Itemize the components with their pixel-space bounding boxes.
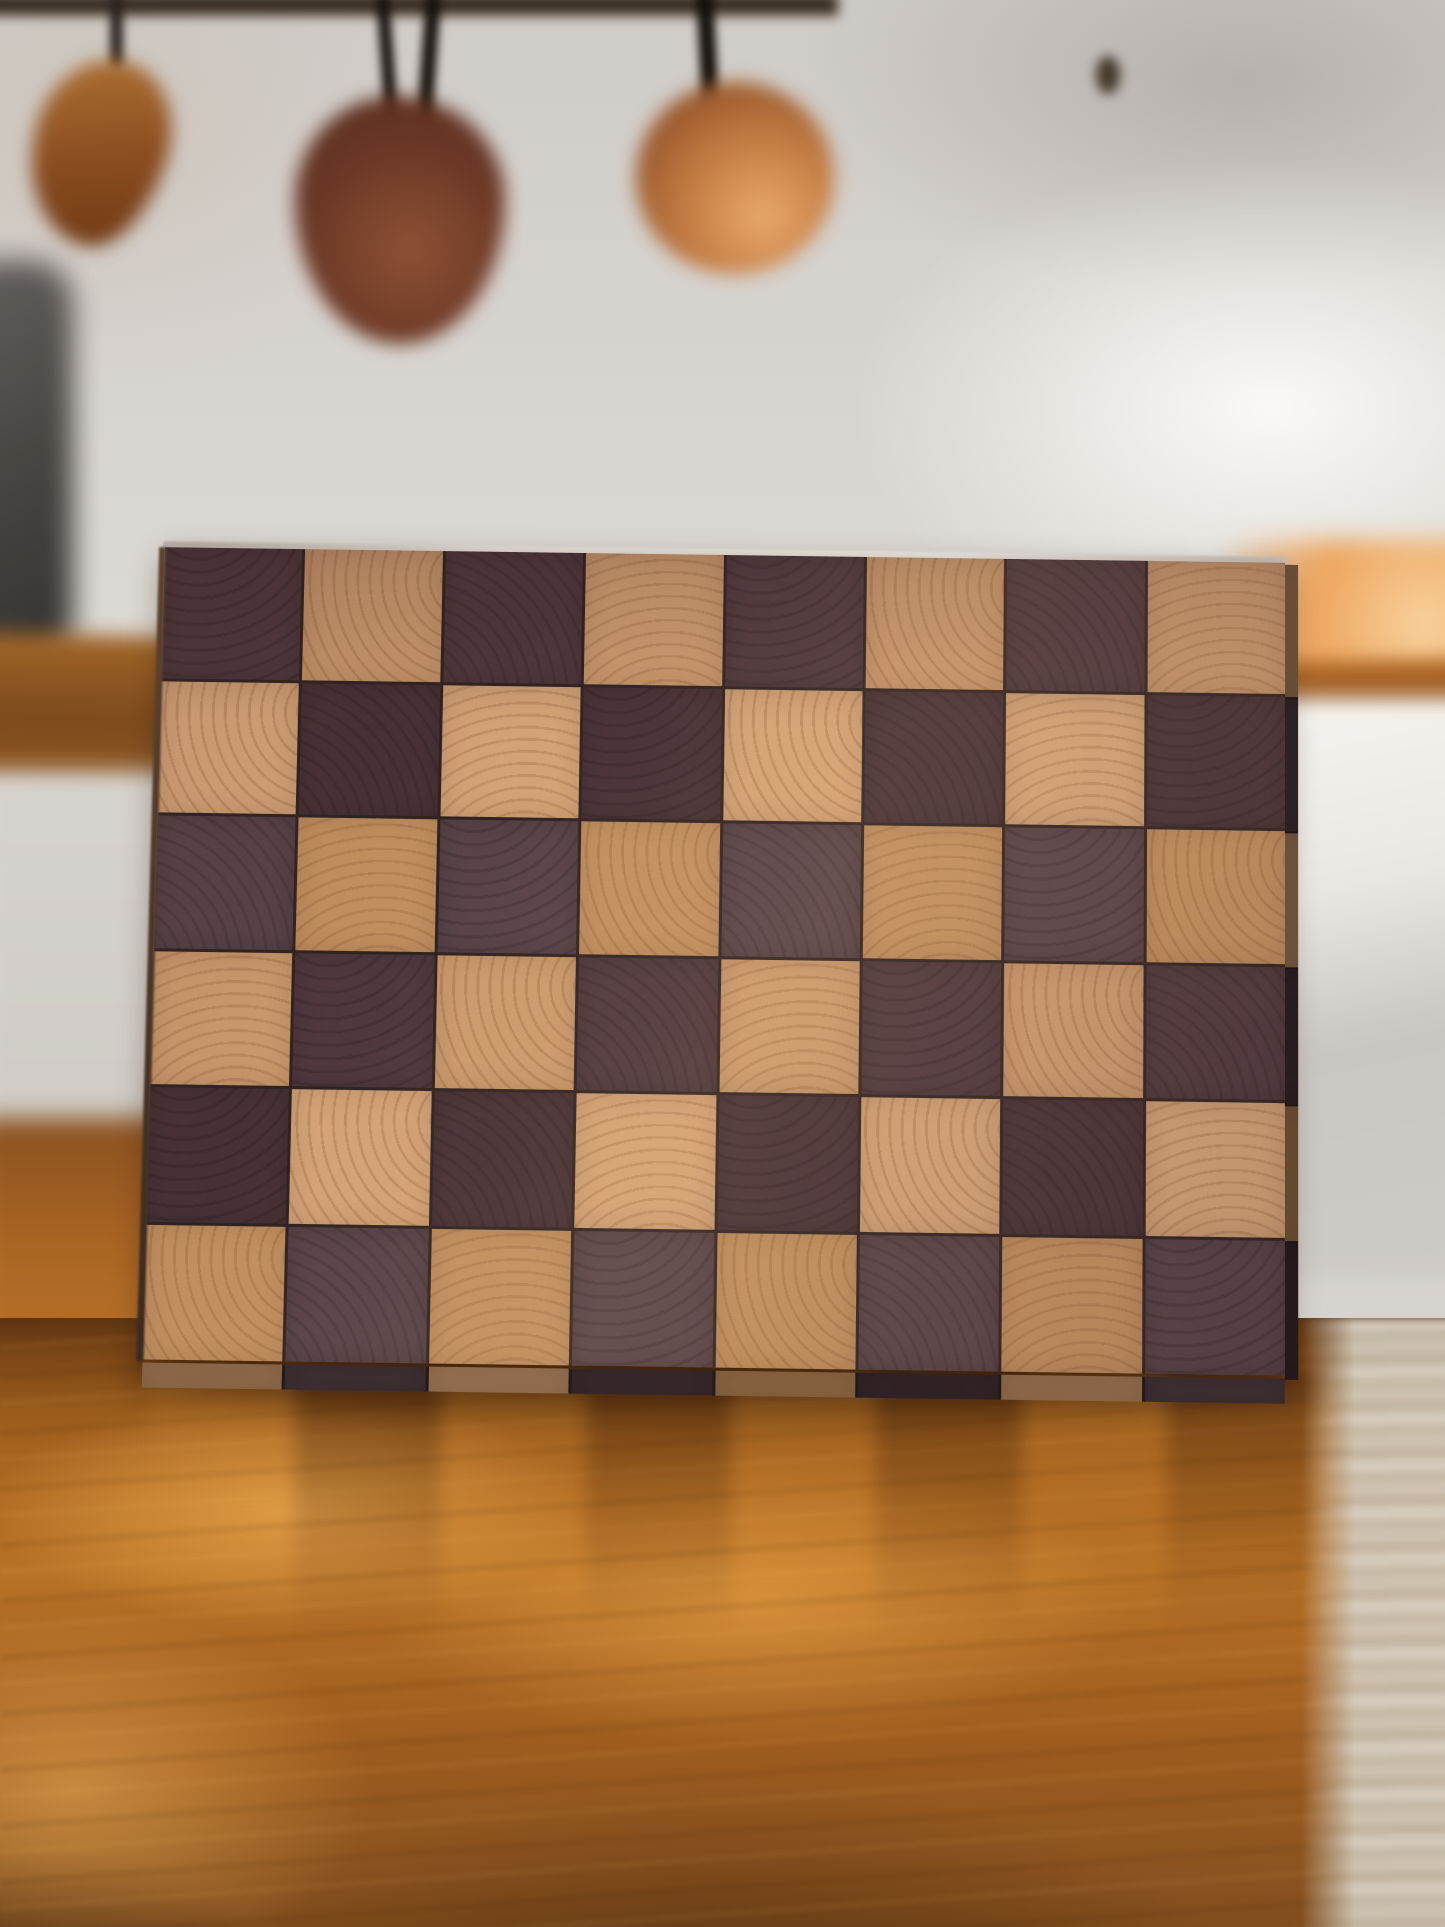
board-square (1003, 1099, 1143, 1235)
board-square (1147, 695, 1285, 829)
board-square (154, 815, 296, 949)
board-square (437, 819, 578, 953)
board-edge-strip (428, 1367, 569, 1394)
board-edge-strip (715, 1371, 855, 1398)
reflection-stripe (1022, 1372, 1167, 1662)
board-square (1002, 1237, 1143, 1374)
board-square (582, 687, 722, 820)
board-square (572, 1230, 714, 1367)
board-square (302, 549, 443, 682)
reflection-stripe (441, 1372, 586, 1662)
board-edge-strip (1285, 969, 1298, 1104)
kitchen-scene (0, 0, 1445, 1927)
board-square (158, 681, 299, 814)
board-edge-strip (858, 1373, 998, 1400)
board-edge-strip (1145, 1377, 1285, 1404)
board-square (1147, 561, 1285, 694)
left-appliance (0, 260, 73, 665)
board-edge-strip (285, 1365, 426, 1392)
board-edge-strip (1285, 1243, 1298, 1380)
board-square (863, 825, 1003, 959)
board-square (725, 555, 864, 688)
board-square (1003, 963, 1143, 1098)
small-hook-right (1096, 56, 1120, 94)
board-square (719, 959, 860, 1094)
reflection-stripe (150, 1372, 295, 1662)
board-square (429, 1228, 571, 1365)
reflection-stripe (586, 1372, 731, 1662)
board-square (435, 955, 576, 1090)
wooden-spoon-rest (9, 43, 190, 261)
board-square (1004, 827, 1143, 961)
board-square (865, 557, 1004, 690)
board-reflection (150, 1372, 1312, 1662)
board-square (299, 683, 440, 816)
dark-copper-pot (295, 96, 505, 344)
board-square (1145, 1239, 1285, 1376)
board-square (1006, 559, 1144, 692)
board-square (721, 823, 861, 957)
board-square (858, 1234, 999, 1371)
board-square (289, 1089, 431, 1225)
board-square (574, 1093, 716, 1229)
board-square (1005, 693, 1144, 827)
board-square (440, 685, 581, 818)
board-grid (143, 547, 1286, 1375)
board-edge-strip (1285, 1106, 1298, 1242)
reflection-stripe (295, 1372, 440, 1662)
board-square (432, 1091, 574, 1227)
board-square (577, 957, 718, 1092)
board-square (292, 953, 434, 1088)
board-square (864, 691, 1003, 824)
board-right-edge (1285, 565, 1298, 1380)
reflection-stripe (876, 1372, 1021, 1662)
board-square (723, 689, 863, 822)
reflection-stripe (1167, 1372, 1312, 1662)
board-square (162, 547, 303, 680)
board-square (584, 553, 724, 686)
board-edge-strip (142, 1363, 283, 1390)
board-square (1146, 829, 1285, 963)
board-square (579, 821, 720, 955)
board-square (150, 951, 292, 1086)
checkerboard-cutting-board (142, 547, 1285, 1403)
reflection-stripe (731, 1372, 876, 1662)
board-square (715, 1232, 857, 1369)
board-square (861, 961, 1001, 1096)
window-reflection-band (1300, 1318, 1445, 1927)
board-square (860, 1097, 1001, 1233)
board-edge-strip (1285, 834, 1298, 968)
board-square (286, 1226, 429, 1363)
board-square (143, 1224, 286, 1361)
board-square (717, 1095, 858, 1231)
board-edge-strip (1285, 699, 1298, 832)
board-square (443, 551, 583, 684)
copper-pan (636, 82, 834, 274)
board-square (1146, 965, 1285, 1100)
board-square (296, 817, 437, 951)
board-edge-strip (1001, 1375, 1141, 1402)
board-square (146, 1087, 289, 1223)
board-edge-strip (1285, 565, 1298, 697)
board-square (1145, 1101, 1285, 1237)
board-edge-strip (571, 1369, 712, 1396)
